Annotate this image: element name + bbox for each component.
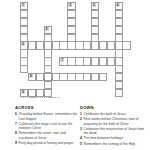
clue-text: Forty day period of fasting and prayer bbox=[19, 141, 79, 145]
clue-number-badge: 4 bbox=[116, 3, 120, 7]
clue-item: 3Celebrates the resurrection of Jesus fr… bbox=[80, 127, 148, 136]
grid-cell[interactable] bbox=[44, 89, 52, 97]
down-header: DOWN bbox=[80, 105, 148, 110]
crossword-page: 678912345 ACROSS 6Thursday before Easter… bbox=[0, 0, 150, 150]
grid-cell[interactable] bbox=[115, 49, 123, 57]
clue-item: 9Forty day period of fasting and prayer bbox=[15, 141, 79, 145]
clue-item: 1Celebrates the birth of Jesus. bbox=[80, 112, 148, 116]
clue-number-badge: 2 bbox=[68, 3, 72, 7]
clue-number-badge: 8 bbox=[29, 74, 33, 78]
clue-text: Celebrates the magi's visit to see the n… bbox=[19, 122, 79, 131]
down-clue-list: 1Celebrates the birth of Jesus.2Four wee… bbox=[80, 112, 148, 146]
grid-cell[interactable] bbox=[44, 65, 52, 73]
grid-cell[interactable] bbox=[115, 34, 123, 42]
clue-text: Four weeks before Christmas; time of pre… bbox=[84, 117, 148, 126]
grid-cell[interactable] bbox=[67, 34, 75, 42]
clue-text: Celebrates the resurrection of Jesus fro… bbox=[84, 127, 148, 136]
grid-cell[interactable] bbox=[44, 34, 52, 42]
grid-cell[interactable] bbox=[122, 41, 130, 49]
clue-text: Thursday before Easter; remembers the La… bbox=[19, 112, 79, 121]
grid-cell[interactable] bbox=[91, 34, 99, 42]
watermark bbox=[21, 97, 61, 99]
clue-item: 2Four weeks before Christmas; time of pr… bbox=[80, 117, 148, 126]
clue-number-badge: 7 bbox=[60, 58, 64, 62]
grid-cell[interactable] bbox=[20, 65, 28, 73]
clue-number-badge: 6 bbox=[21, 42, 25, 46]
clue-item: 5Remembers the coming of the Holy bbox=[80, 142, 148, 146]
grid-cell[interactable] bbox=[20, 34, 28, 42]
across-clues: ACROSS 6Thursday before Easter; remember… bbox=[15, 105, 79, 147]
clue-text: Remembers the arrest, trial, and crucifi… bbox=[19, 131, 79, 140]
clue-text: The time between holidays. bbox=[84, 136, 148, 140]
across-clue-list: 6Thursday before Easter; remembers the L… bbox=[15, 112, 79, 145]
across-header: ACROSS bbox=[15, 105, 79, 110]
clue-text: Celebrates the birth of Jesus. bbox=[84, 112, 148, 116]
clue-item: 7Celebrates the magi's visit to see the … bbox=[15, 122, 79, 131]
clue-item: 4The time between holidays. bbox=[80, 136, 148, 140]
clue-number-badge: 1 bbox=[21, 3, 25, 7]
clue-number-badge: 5 bbox=[45, 27, 49, 31]
grid-cell[interactable] bbox=[115, 89, 123, 97]
grid-cell[interactable] bbox=[99, 73, 107, 81]
grid-cell[interactable] bbox=[44, 81, 52, 89]
clue-item: 6Thursday before Easter; remembers the L… bbox=[15, 112, 79, 121]
down-clues: DOWN 1Celebrates the birth of Jesus.2Fou… bbox=[80, 105, 148, 147]
clue-number-badge: 9 bbox=[21, 90, 25, 94]
clue-item: 8Remembers the arrest, trial, and crucif… bbox=[15, 131, 79, 140]
clue-number-badge: 3 bbox=[92, 3, 96, 7]
clue-text: Remembers the coming of the Holy bbox=[84, 142, 148, 146]
